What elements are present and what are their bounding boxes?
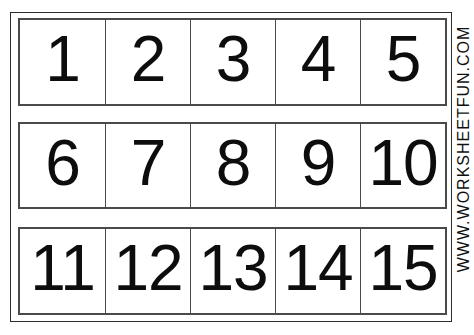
number-label: 13 bbox=[198, 236, 267, 300]
number-cell-9: 9 bbox=[275, 124, 360, 207]
watermark-text: WWW.WORKSHEETFUN.COM bbox=[455, 26, 473, 273]
number-cell-8: 8 bbox=[190, 124, 275, 207]
number-cell-6: 6 bbox=[20, 124, 105, 207]
number-label: 4 bbox=[301, 27, 336, 91]
number-cell-1: 1 bbox=[20, 20, 105, 104]
number-label: 7 bbox=[131, 131, 166, 195]
number-cell-13: 13 bbox=[190, 229, 275, 313]
number-label: 8 bbox=[216, 131, 251, 195]
number-label: 14 bbox=[283, 236, 352, 300]
number-cell-7: 7 bbox=[105, 124, 190, 207]
number-row-6-to-10: 6 7 8 9 10 bbox=[18, 122, 447, 209]
number-cell-10: 10 bbox=[360, 124, 445, 207]
number-cell-11: 11 bbox=[20, 229, 105, 313]
number-label: 10 bbox=[368, 131, 437, 195]
number-label: 15 bbox=[368, 236, 437, 300]
number-label: 3 bbox=[216, 27, 251, 91]
number-cell-4: 4 bbox=[275, 20, 360, 104]
number-cell-3: 3 bbox=[190, 20, 275, 104]
worksheet-page: 1 2 3 4 5 6 7 8 9 10 11 12 13 14 15 WWW.… bbox=[0, 0, 474, 335]
number-label: 11 bbox=[30, 236, 94, 300]
number-cell-5: 5 bbox=[360, 20, 445, 104]
number-label: 6 bbox=[45, 131, 80, 195]
number-row-1-to-5: 1 2 3 4 5 bbox=[18, 18, 447, 106]
number-row-11-to-15: 11 12 13 14 15 bbox=[18, 227, 447, 315]
number-label: 1 bbox=[45, 27, 80, 91]
number-cell-2: 2 bbox=[105, 20, 190, 104]
number-label: 9 bbox=[301, 131, 336, 195]
number-label: 12 bbox=[113, 236, 182, 300]
number-label: 2 bbox=[131, 27, 166, 91]
number-label: 5 bbox=[386, 27, 421, 91]
number-cell-15: 15 bbox=[360, 229, 445, 313]
number-cell-12: 12 bbox=[105, 229, 190, 313]
number-cell-14: 14 bbox=[275, 229, 360, 313]
